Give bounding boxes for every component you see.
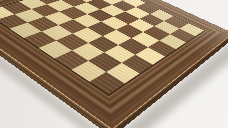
product-photo-scene [0, 0, 228, 128]
chess-board [0, 0, 228, 128]
board-photo [0, 0, 228, 128]
